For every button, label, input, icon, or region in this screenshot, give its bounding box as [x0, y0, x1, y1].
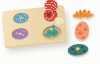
- piece-dark-teal-egg[interactable]: [67, 43, 89, 57]
- dinosaur-body[interactable]: [43, 24, 58, 38]
- product-photo: [0, 0, 100, 64]
- puzzle-board: [2, 5, 68, 47]
- slot-center-circle: [42, 25, 62, 40]
- peg-dark-teal-egg[interactable]: [76, 47, 80, 51]
- piece-coral-egg[interactable]: [73, 20, 90, 41]
- piece-teal-dinosaur[interactable]: [42, 23, 62, 41]
- piece-blue-egg[interactable]: [13, 13, 29, 25]
- photo-backdrop: [0, 0, 100, 64]
- peg-teal-dinosaur[interactable]: [50, 28, 54, 31]
- slot-left-top-oval: [13, 12, 30, 24]
- peg-purple-egg[interactable]: [18, 32, 22, 35]
- slot-left-bottom-oval: [11, 28, 29, 41]
- piece-orange-stegosaurus[interactable]: [71, 7, 94, 21]
- piece-purple-egg[interactable]: [12, 28, 29, 40]
- peg-blue-egg[interactable]: [19, 17, 23, 20]
